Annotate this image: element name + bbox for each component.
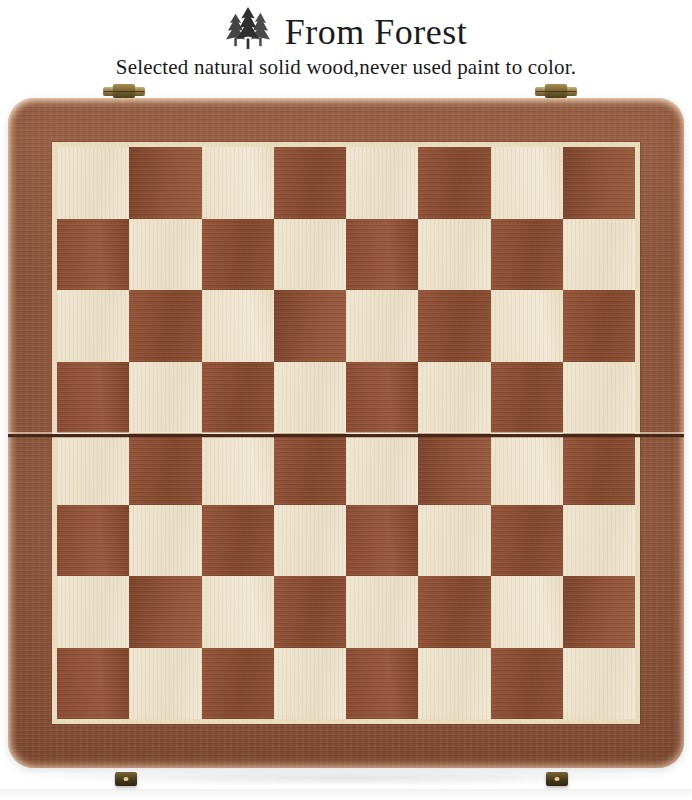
square-b7 (129, 219, 201, 291)
chess-board (8, 98, 684, 768)
square-a6 (57, 290, 129, 362)
square-d7 (274, 219, 346, 291)
square-f2 (418, 576, 490, 648)
square-b5 (129, 362, 201, 434)
table-contact-line (0, 789, 692, 799)
product-photo-page: From Forest Selected natural solid wood,… (0, 0, 692, 800)
square-e5 (346, 362, 418, 434)
square-g2 (491, 576, 563, 648)
square-e7 (346, 219, 418, 291)
square-d5 (274, 362, 346, 434)
square-b6 (129, 290, 201, 362)
square-g6 (491, 290, 563, 362)
square-d3 (274, 505, 346, 577)
fold-seam (8, 432, 684, 438)
square-a2 (57, 576, 129, 648)
square-d2 (274, 576, 346, 648)
square-f6 (418, 290, 490, 362)
square-d8 (274, 147, 346, 219)
board-frame (8, 98, 684, 768)
brass-clasp-left (115, 772, 137, 786)
square-a5 (57, 362, 129, 434)
square-e8 (346, 147, 418, 219)
square-c1 (202, 648, 274, 720)
square-f1 (418, 648, 490, 720)
header: From Forest Selected natural solid wood,… (0, 0, 692, 80)
brand-row: From Forest (0, 0, 692, 54)
square-f8 (418, 147, 490, 219)
square-h8 (563, 147, 635, 219)
brass-hinge-left (103, 87, 145, 96)
square-c7 (202, 219, 274, 291)
square-c5 (202, 362, 274, 434)
square-f7 (418, 219, 490, 291)
square-g5 (491, 362, 563, 434)
square-g3 (491, 505, 563, 577)
product-title: From Forest (285, 10, 468, 54)
square-e1 (346, 648, 418, 720)
square-h3 (563, 505, 635, 577)
square-h7 (563, 219, 635, 291)
square-h4 (563, 433, 635, 505)
square-a4 (57, 433, 129, 505)
square-d4 (274, 433, 346, 505)
square-d1 (274, 648, 346, 720)
square-h1 (563, 648, 635, 720)
brass-hinge-right (535, 87, 577, 96)
square-c3 (202, 505, 274, 577)
square-d6 (274, 290, 346, 362)
square-g4 (491, 433, 563, 505)
square-g1 (491, 648, 563, 720)
square-e6 (346, 290, 418, 362)
square-f4 (418, 433, 490, 505)
pine-trees-icon (225, 6, 271, 54)
square-a7 (57, 219, 129, 291)
square-e4 (346, 433, 418, 505)
square-e2 (346, 576, 418, 648)
square-f3 (418, 505, 490, 577)
square-b1 (129, 648, 201, 720)
square-c8 (202, 147, 274, 219)
square-a8 (57, 147, 129, 219)
square-b8 (129, 147, 201, 219)
square-a1 (57, 648, 129, 720)
square-e3 (346, 505, 418, 577)
product-subtitle: Selected natural solid wood,never used p… (0, 55, 692, 80)
square-g7 (491, 219, 563, 291)
square-f5 (418, 362, 490, 434)
square-a3 (57, 505, 129, 577)
square-h5 (563, 362, 635, 434)
square-b3 (129, 505, 201, 577)
square-c4 (202, 433, 274, 505)
square-h2 (563, 576, 635, 648)
brass-clasp-right (546, 772, 568, 786)
square-c2 (202, 576, 274, 648)
square-g8 (491, 147, 563, 219)
square-b2 (129, 576, 201, 648)
square-h6 (563, 290, 635, 362)
square-c6 (202, 290, 274, 362)
square-b4 (129, 433, 201, 505)
